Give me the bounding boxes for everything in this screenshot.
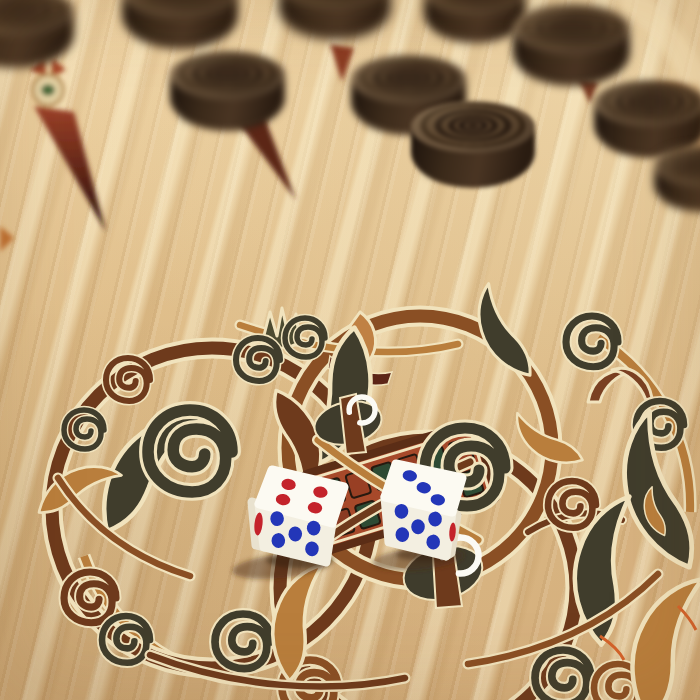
point-spike <box>34 106 106 232</box>
dark-checker <box>411 101 535 190</box>
die-left <box>252 470 344 562</box>
dark-checker <box>279 0 391 42</box>
backgammon-board-photo <box>0 0 700 700</box>
checker-top-rings <box>170 51 285 99</box>
dark-checker <box>0 0 74 70</box>
dark-checker <box>122 0 238 52</box>
checker-top-rings <box>351 55 466 103</box>
checker-top-rings <box>513 4 630 53</box>
dark-checker <box>513 4 630 88</box>
central-ornament <box>29 284 700 700</box>
dark-checker <box>654 145 700 214</box>
die-right <box>385 464 462 556</box>
checker-top-rings <box>411 101 535 153</box>
checker-top-rings <box>594 80 700 127</box>
edge-diamond <box>0 226 14 252</box>
dark-checker <box>170 51 285 134</box>
dark-checker <box>424 0 526 45</box>
